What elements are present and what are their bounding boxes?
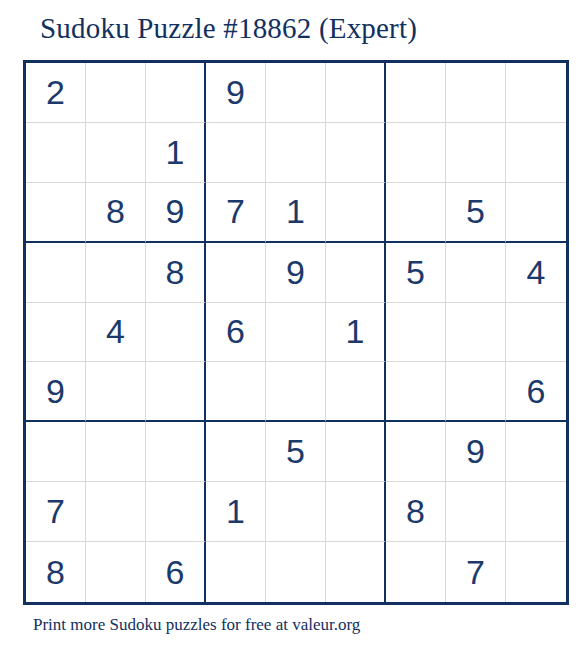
cell-r4c5: 9 — [266, 243, 326, 303]
cell-r6c3 — [146, 362, 206, 422]
cell-r9c3: 6 — [146, 542, 206, 602]
cell-r5c5 — [266, 303, 326, 363]
page-title: Sudoku Puzzle #18862 (Expert) — [40, 12, 417, 45]
cell-r4c1 — [26, 243, 86, 303]
cell-r3c4: 7 — [206, 183, 266, 243]
cell-r6c2 — [86, 362, 146, 422]
cell-r9c6 — [326, 542, 386, 602]
cell-r4c7: 5 — [386, 243, 446, 303]
cell-r5c3 — [146, 303, 206, 363]
cell-r9c4 — [206, 542, 266, 602]
cell-r7c6 — [326, 422, 386, 482]
cell-r3c6 — [326, 183, 386, 243]
cell-r3c8: 5 — [446, 183, 506, 243]
cell-r8c8 — [446, 482, 506, 542]
cell-r4c3: 8 — [146, 243, 206, 303]
cell-r4c9: 4 — [506, 243, 566, 303]
footer-text: Print more Sudoku puzzles for free at va… — [33, 615, 360, 635]
cell-r2c8 — [446, 123, 506, 183]
cell-r1c2 — [86, 63, 146, 123]
sudoku-page: Sudoku Puzzle #18862 (Expert) 2918971589… — [0, 0, 580, 651]
cell-r5c6: 1 — [326, 303, 386, 363]
cell-r2c7 — [386, 123, 446, 183]
cell-r9c8: 7 — [446, 542, 506, 602]
cell-r4c6 — [326, 243, 386, 303]
cell-r1c3 — [146, 63, 206, 123]
cell-r5c8 — [446, 303, 506, 363]
cell-r8c3 — [146, 482, 206, 542]
cell-r1c5 — [266, 63, 326, 123]
cell-r2c6 — [326, 123, 386, 183]
cell-r7c8: 9 — [446, 422, 506, 482]
cell-r9c1: 8 — [26, 542, 86, 602]
cell-r3c7 — [386, 183, 446, 243]
sudoku-grid: 2918971589544619659718867 — [23, 60, 569, 605]
cell-r8c6 — [326, 482, 386, 542]
cell-r6c6 — [326, 362, 386, 422]
cell-r7c2 — [86, 422, 146, 482]
cell-r5c2: 4 — [86, 303, 146, 363]
cell-r6c1: 9 — [26, 362, 86, 422]
cell-r7c5: 5 — [266, 422, 326, 482]
cell-r3c5: 1 — [266, 183, 326, 243]
cell-r2c1 — [26, 123, 86, 183]
cell-r1c7 — [386, 63, 446, 123]
cell-r5c7 — [386, 303, 446, 363]
cell-r8c5 — [266, 482, 326, 542]
cell-r4c2 — [86, 243, 146, 303]
cell-r6c5 — [266, 362, 326, 422]
cell-r6c7 — [386, 362, 446, 422]
cell-r1c4: 9 — [206, 63, 266, 123]
cell-r7c9 — [506, 422, 566, 482]
cell-r2c9 — [506, 123, 566, 183]
cell-r2c5 — [266, 123, 326, 183]
cell-r7c3 — [146, 422, 206, 482]
cell-r7c4 — [206, 422, 266, 482]
cell-r1c8 — [446, 63, 506, 123]
cell-r8c4: 1 — [206, 482, 266, 542]
cell-r8c2 — [86, 482, 146, 542]
cell-r5c4: 6 — [206, 303, 266, 363]
cell-r8c9 — [506, 482, 566, 542]
cell-r2c4 — [206, 123, 266, 183]
cell-r7c1 — [26, 422, 86, 482]
cell-r6c8 — [446, 362, 506, 422]
cell-r8c1: 7 — [26, 482, 86, 542]
cell-r6c9: 6 — [506, 362, 566, 422]
cell-r9c2 — [86, 542, 146, 602]
cell-r3c3: 9 — [146, 183, 206, 243]
cell-r4c8 — [446, 243, 506, 303]
cell-r2c3: 1 — [146, 123, 206, 183]
cell-r9c7 — [386, 542, 446, 602]
cell-r1c6 — [326, 63, 386, 123]
cell-r4c4 — [206, 243, 266, 303]
cell-r9c9 — [506, 542, 566, 602]
cell-r5c9 — [506, 303, 566, 363]
cell-r3c9 — [506, 183, 566, 243]
cell-r6c4 — [206, 362, 266, 422]
cell-r9c5 — [266, 542, 326, 602]
cell-r1c9 — [506, 63, 566, 123]
cell-r1c1: 2 — [26, 63, 86, 123]
cell-r5c1 — [26, 303, 86, 363]
cell-r3c2: 8 — [86, 183, 146, 243]
cell-r3c1 — [26, 183, 86, 243]
cell-r8c7: 8 — [386, 482, 446, 542]
cell-r2c2 — [86, 123, 146, 183]
cell-r7c7 — [386, 422, 446, 482]
